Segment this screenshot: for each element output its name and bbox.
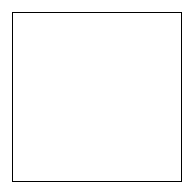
chess-diagram (0, 0, 194, 194)
chess-board (12, 12, 182, 182)
